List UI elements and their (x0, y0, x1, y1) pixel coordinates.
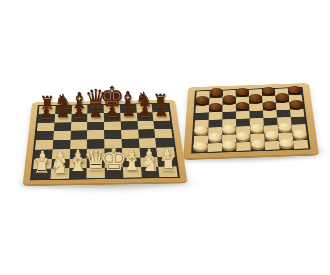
chess-square (105, 167, 123, 178)
chess-square (36, 131, 54, 140)
chess-square (87, 139, 104, 149)
checkers-grid (191, 87, 310, 154)
chess-square (87, 148, 105, 158)
chess-square (136, 112, 153, 121)
checkers-square (251, 142, 266, 151)
chess-square (154, 129, 172, 138)
chess-square (52, 149, 70, 159)
chess-square (155, 138, 173, 148)
chess-square (70, 139, 87, 149)
checkers-square (265, 141, 280, 150)
chess-square (87, 105, 103, 113)
chess-square (158, 167, 177, 177)
chess-square (69, 158, 87, 168)
chess-square (70, 122, 87, 131)
chess-square (154, 120, 172, 129)
checkers-square (193, 144, 208, 153)
chess-square (69, 149, 87, 159)
chess-square (136, 104, 153, 112)
chess-square (51, 159, 69, 169)
chess-square (87, 130, 104, 139)
chess-square (121, 139, 139, 149)
chess-square (55, 105, 72, 113)
chess-square (123, 167, 142, 178)
chess-square (104, 139, 122, 149)
checkers-board (183, 83, 319, 158)
chess-square (122, 148, 140, 158)
checkers-square (279, 141, 294, 150)
product-photo: ♜♞♝♛♚♝♞♜♟♟♟♟♟♟♟♟♟♟♟♟♟♟♟♟♜♞♝♛♚♝♞♜ (0, 0, 330, 275)
chess-square (33, 159, 52, 169)
chess-square (34, 149, 52, 159)
chess-square (87, 122, 104, 131)
chess-square (152, 104, 169, 112)
chess-square (104, 121, 121, 130)
chess-square (157, 157, 176, 167)
chess-board (23, 100, 188, 185)
chess-square (68, 168, 86, 179)
chess-square (139, 147, 157, 157)
chess-square (153, 112, 170, 121)
chess-square (35, 140, 53, 150)
chess-square (39, 106, 56, 114)
chess-square (87, 158, 105, 168)
chess-square (104, 148, 122, 158)
chess-square (71, 105, 87, 113)
chess-square (71, 113, 88, 122)
chess-square (52, 140, 70, 150)
chess-square (38, 114, 55, 123)
chess-square (104, 105, 120, 113)
chess-square (87, 113, 104, 122)
chess-square (140, 157, 159, 167)
chess-square (104, 113, 121, 122)
checkers-square (236, 142, 251, 151)
chess-square (105, 158, 123, 168)
checkers-square (293, 140, 308, 149)
chess-square (50, 168, 69, 179)
chess-square (138, 129, 156, 138)
checkers-square (222, 143, 236, 152)
chess-square (104, 130, 121, 139)
chess-square (121, 130, 138, 139)
chess-square (120, 113, 137, 122)
checkers-square (208, 143, 223, 152)
chess-square (156, 147, 175, 157)
chess-square (54, 122, 71, 131)
chess-square (122, 157, 140, 167)
chess-square (120, 104, 137, 112)
chess-square (37, 122, 54, 131)
chess-square (120, 121, 137, 130)
chess-square (32, 169, 51, 180)
chess-grid (30, 103, 180, 180)
chess-square (138, 138, 156, 148)
chess-square (53, 131, 70, 140)
chess-square (54, 114, 71, 123)
chess-square (137, 121, 154, 130)
chess-square (70, 130, 87, 139)
chess-square (87, 168, 105, 179)
chess-square (141, 167, 160, 177)
